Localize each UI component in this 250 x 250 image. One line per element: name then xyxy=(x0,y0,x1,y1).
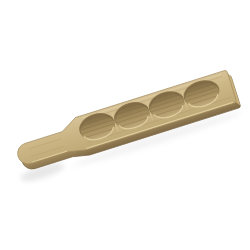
product-image-canvas xyxy=(0,0,250,250)
paddle xyxy=(8,69,244,186)
flight-paddle-photo xyxy=(0,0,250,250)
